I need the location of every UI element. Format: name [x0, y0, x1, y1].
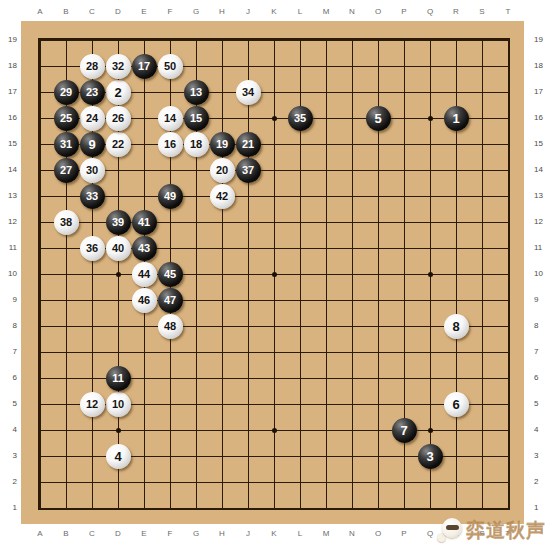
- row-label: 2: [533, 469, 549, 495]
- go-stone: 46: [132, 288, 157, 313]
- go-stone: 35: [288, 106, 313, 131]
- row-label: 15: [533, 131, 549, 157]
- row-label: 10: [2, 261, 18, 287]
- go-stone: 36: [80, 236, 105, 261]
- column-label: L: [287, 530, 313, 542]
- go-stone: 13: [184, 80, 209, 105]
- column-label: F: [157, 530, 183, 542]
- row-label: 13: [533, 183, 549, 209]
- column-label: N: [339, 8, 365, 20]
- go-stone: 32: [106, 54, 131, 79]
- go-stone: 25: [54, 106, 79, 131]
- go-stone: 29: [54, 80, 79, 105]
- row-label: 11: [2, 235, 18, 261]
- go-stone: 2: [106, 80, 131, 105]
- go-stone: 3: [418, 444, 443, 469]
- star-point: [272, 116, 277, 121]
- column-label: T: [495, 8, 521, 20]
- go-stone: 27: [54, 158, 79, 183]
- go-stone: 7: [392, 418, 417, 443]
- row-label: 2: [2, 469, 18, 495]
- go-stone: 42: [210, 184, 235, 209]
- row-label: 5: [2, 391, 18, 417]
- go-stone: 12: [80, 392, 105, 417]
- column-label: E: [131, 8, 157, 20]
- go-stone: 40: [106, 236, 131, 261]
- star-point: [116, 272, 121, 277]
- go-stone: 18: [184, 132, 209, 157]
- go-stone: 28: [80, 54, 105, 79]
- go-stone: 45: [158, 262, 183, 287]
- column-label: E: [131, 530, 157, 542]
- row-label: 10: [533, 261, 549, 287]
- go-stone: 9: [80, 132, 105, 157]
- go-stone: 33: [80, 184, 105, 209]
- star-point: [428, 272, 433, 277]
- go-stone: 50: [158, 54, 183, 79]
- go-stone: 41: [132, 210, 157, 235]
- go-stone: 14: [158, 106, 183, 131]
- go-stone: 16: [158, 132, 183, 157]
- row-label: 4: [533, 417, 549, 443]
- go-stone: 38: [54, 210, 79, 235]
- go-stone: 11: [106, 366, 131, 391]
- row-labels-left: 19181716151413121110987654321: [2, 27, 18, 521]
- column-label: D: [105, 530, 131, 542]
- row-label: 14: [2, 157, 18, 183]
- row-label: 12: [533, 209, 549, 235]
- go-stone: 47: [158, 288, 183, 313]
- go-stone: 4: [106, 444, 131, 469]
- go-stone: 31: [54, 132, 79, 157]
- row-label: 8: [533, 313, 549, 339]
- go-stone: 6: [444, 392, 469, 417]
- column-label: Q: [417, 8, 443, 20]
- column-label: F: [157, 8, 183, 20]
- row-label: 15: [2, 131, 18, 157]
- column-label: A: [27, 530, 53, 542]
- column-label: G: [183, 8, 209, 20]
- row-label: 19: [533, 27, 549, 53]
- column-label: R: [443, 8, 469, 20]
- column-label: J: [235, 8, 261, 20]
- go-stone: 37: [236, 158, 261, 183]
- column-label: O: [365, 8, 391, 20]
- star-point: [116, 428, 121, 433]
- row-label: 13: [2, 183, 18, 209]
- go-stone: 5: [366, 106, 391, 131]
- go-stone: 10: [106, 392, 131, 417]
- column-label: P: [391, 530, 417, 542]
- column-label: N: [339, 530, 365, 542]
- row-label: 17: [533, 79, 549, 105]
- go-stone: 30: [80, 158, 105, 183]
- star-point: [272, 428, 277, 433]
- mascot-icon: [437, 518, 463, 544]
- row-labels-right: 19181716151413121110987654321: [533, 27, 549, 521]
- column-label: M: [313, 530, 339, 542]
- go-stone: 34: [236, 80, 261, 105]
- go-stone: 17: [132, 54, 157, 79]
- column-label: B: [53, 530, 79, 542]
- go-stone: 24: [80, 106, 105, 131]
- row-label: 9: [533, 287, 549, 313]
- go-stone: 26: [106, 106, 131, 131]
- go-stone: 23: [80, 80, 105, 105]
- go-stone: 22: [106, 132, 131, 157]
- row-label: 3: [533, 443, 549, 469]
- go-stone: 20: [210, 158, 235, 183]
- column-label: M: [313, 8, 339, 20]
- row-label: 18: [2, 53, 18, 79]
- column-label: P: [391, 8, 417, 20]
- column-labels-top: ABCDEFGHJKLMNOPQRST: [27, 8, 521, 20]
- column-label: O: [365, 530, 391, 542]
- go-stone: 15: [184, 106, 209, 131]
- column-label: G: [183, 530, 209, 542]
- column-label: A: [27, 8, 53, 20]
- go-diagram-page: ABCDEFGHJKLMNOPQRST 19181716151413121110…: [0, 0, 550, 550]
- row-label: 6: [533, 365, 549, 391]
- row-label: 7: [533, 339, 549, 365]
- star-point: [272, 272, 277, 277]
- watermark-text: 弈道秋声: [466, 518, 546, 544]
- row-label: 16: [2, 105, 18, 131]
- column-label: D: [105, 8, 131, 20]
- column-label: C: [79, 8, 105, 20]
- column-label: K: [261, 8, 287, 20]
- row-label: 5: [533, 391, 549, 417]
- row-label: 19: [2, 27, 18, 53]
- row-label: 7: [2, 339, 18, 365]
- go-stone: 44: [132, 262, 157, 287]
- row-label: 8: [2, 313, 18, 339]
- row-label: 17: [2, 79, 18, 105]
- row-label: 1: [2, 495, 18, 521]
- column-label: B: [53, 8, 79, 20]
- star-point: [428, 428, 433, 433]
- row-label: 6: [2, 365, 18, 391]
- go-board: 1234567891011121314151617181920212223242…: [21, 21, 524, 524]
- go-board-grid: 1234567891011121314151617181920212223242…: [27, 27, 521, 521]
- row-label: 14: [533, 157, 549, 183]
- column-label: S: [469, 8, 495, 20]
- star-point: [428, 116, 433, 121]
- column-label: H: [209, 8, 235, 20]
- row-label: 4: [2, 417, 18, 443]
- go-stone: 8: [444, 314, 469, 339]
- row-label: 18: [533, 53, 549, 79]
- column-label: H: [209, 530, 235, 542]
- go-stone: 48: [158, 314, 183, 339]
- column-label: C: [79, 530, 105, 542]
- row-label: 3: [2, 443, 18, 469]
- column-label: L: [287, 8, 313, 20]
- row-label: 9: [2, 287, 18, 313]
- row-label: 11: [533, 235, 549, 261]
- go-stone: 1: [444, 106, 469, 131]
- go-stone: 19: [210, 132, 235, 157]
- go-stone: 21: [236, 132, 261, 157]
- go-stone: 39: [106, 210, 131, 235]
- go-stone: 49: [158, 184, 183, 209]
- go-stone: 43: [132, 236, 157, 261]
- column-label: J: [235, 530, 261, 542]
- watermark: 弈道秋声: [437, 518, 546, 544]
- column-label: K: [261, 530, 287, 542]
- row-label: 16: [533, 105, 549, 131]
- row-label: 12: [2, 209, 18, 235]
